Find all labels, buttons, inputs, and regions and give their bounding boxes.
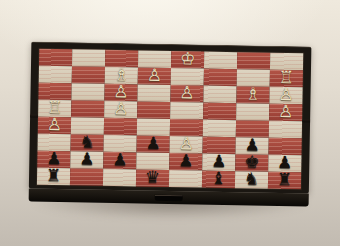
square-g1: ♞ [235, 171, 268, 189]
black-king: ♚ [235, 153, 268, 171]
square-f1: ♝ [202, 171, 235, 189]
square-a1: ♜ [37, 168, 70, 186]
white-pawn: ♙ [170, 135, 203, 153]
square-h2: ♟ [268, 155, 301, 173]
square-d7: ♙ [138, 67, 171, 85]
board-frame: ♔♗♙♖♙♙♗♙♖♙♙♙♞♟♙♟♟♟♟♟♟♚♟♜♛♝♞♜ [29, 42, 312, 194]
black-pawn: ♟ [236, 136, 269, 154]
square-e4 [170, 119, 203, 137]
square-a7 [39, 66, 72, 84]
white-king: ♔ [171, 50, 204, 68]
square-h5: ♙ [269, 104, 302, 122]
white-rook: ♖ [270, 68, 303, 86]
square-d5 [137, 101, 170, 119]
white-pawn: ♙ [104, 99, 137, 117]
square-c7: ♗ [105, 67, 138, 85]
white-rook: ♖ [38, 98, 71, 116]
square-b8 [72, 49, 105, 67]
square-c6: ♙ [104, 84, 137, 102]
photo-scene: ♔♗♙♖♙♙♗♙♖♙♙♙♞♟♙♟♟♟♟♟♟♚♟♜♛♝♞♜ [0, 0, 340, 246]
square-e6: ♙ [170, 85, 203, 103]
square-a3 [38, 134, 71, 152]
square-g3: ♟ [235, 137, 268, 155]
square-e1 [169, 170, 202, 188]
square-h4 [269, 121, 302, 139]
square-g2: ♚ [235, 154, 268, 172]
white-pawn: ♙ [38, 115, 71, 133]
square-g8 [237, 52, 270, 70]
case-latch [155, 195, 183, 201]
square-f2: ♟ [202, 154, 235, 172]
square-a4: ♙ [38, 117, 71, 135]
square-g7 [237, 69, 270, 87]
square-g6: ♗ [236, 86, 269, 104]
black-pawn: ♟ [202, 152, 235, 170]
black-pawn: ♟ [103, 150, 136, 168]
square-d1: ♛ [136, 169, 169, 187]
square-d2 [136, 152, 169, 170]
white-bishop: ♗ [236, 85, 269, 103]
black-bishop: ♝ [202, 169, 235, 187]
white-pawn: ♙ [138, 66, 171, 84]
square-g5 [236, 103, 269, 121]
black-knight: ♞ [71, 133, 104, 151]
square-f3 [202, 137, 235, 155]
square-h7: ♖ [270, 70, 303, 88]
square-e2: ♟ [169, 153, 202, 171]
square-b4 [71, 117, 104, 135]
square-f5 [203, 103, 236, 121]
square-h1: ♜ [268, 172, 301, 190]
square-d8 [138, 50, 171, 68]
black-pawn: ♟ [169, 152, 202, 170]
square-d3: ♟ [136, 135, 169, 153]
square-f7 [204, 69, 237, 87]
square-e3: ♙ [169, 136, 202, 154]
square-c4 [104, 118, 137, 136]
white-pawn: ♙ [104, 82, 137, 100]
white-pawn: ♙ [170, 84, 203, 102]
square-a8 [39, 49, 72, 67]
black-pawn: ♟ [137, 134, 170, 152]
white-bishop: ♗ [105, 65, 138, 83]
square-h8 [270, 53, 303, 71]
black-knight: ♞ [235, 170, 268, 188]
chess-case: ♔♗♙♖♙♙♗♙♖♙♙♙♞♟♙♟♟♟♟♟♟♚♟♜♛♝♞♜ [29, 42, 312, 207]
square-f8 [204, 52, 237, 70]
square-d4 [137, 118, 170, 136]
square-a5: ♖ [38, 100, 71, 118]
square-c1 [103, 169, 136, 187]
square-a6 [38, 83, 71, 101]
black-pawn: ♟ [268, 153, 301, 171]
square-b1 [70, 168, 103, 186]
black-rook: ♜ [37, 166, 70, 184]
white-pawn: ♙ [269, 102, 302, 120]
square-f6 [203, 86, 236, 104]
square-c3 [104, 135, 137, 153]
white-pawn: ♙ [269, 85, 302, 103]
square-c2: ♟ [103, 152, 136, 170]
square-b6 [71, 83, 104, 101]
black-pawn: ♟ [37, 149, 70, 167]
square-g4 [236, 120, 269, 138]
square-h6: ♙ [269, 87, 302, 105]
square-b7 [72, 66, 105, 84]
square-d6 [137, 84, 170, 102]
black-rook: ♜ [268, 170, 301, 188]
square-e5 [170, 102, 203, 120]
square-a2: ♟ [37, 151, 70, 169]
black-pawn: ♟ [70, 150, 103, 168]
square-f4 [203, 120, 236, 138]
square-e7 [171, 68, 204, 86]
square-c8 [105, 50, 138, 68]
square-b5 [71, 100, 104, 118]
square-h3 [268, 138, 301, 156]
black-queen: ♛ [136, 168, 169, 186]
square-c5: ♙ [104, 101, 137, 119]
square-e8: ♔ [171, 51, 204, 69]
square-b2: ♟ [70, 151, 103, 169]
chess-board: ♔♗♙♖♙♙♗♙♖♙♙♙♞♟♙♟♟♟♟♟♟♚♟♜♛♝♞♜ [37, 49, 303, 190]
square-b3: ♞ [71, 134, 104, 152]
